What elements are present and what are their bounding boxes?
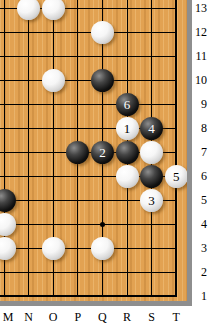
stone-black-P7: [66, 141, 89, 164]
row-label-3: 3: [192, 240, 207, 256]
row-label-8: 8: [192, 120, 207, 136]
grid-line-column-T: [175, 0, 177, 297]
row-label-4: 4: [192, 216, 207, 232]
grid-line-row-4: [0, 224, 177, 225]
grid-line-row-3: [0, 248, 177, 249]
stone-white-Q12: [91, 21, 114, 44]
stone-black-M5: [0, 189, 16, 212]
stone-white-O10: [42, 69, 65, 92]
row-label-2: 2: [192, 264, 207, 280]
grid-line-row-1: [0, 295, 177, 297]
move-number-5: 5: [173, 165, 180, 188]
move-number-4: 4: [148, 117, 155, 140]
stone-white-S7: [140, 141, 163, 164]
row-label-11: 11: [192, 48, 207, 64]
stone-black-S6: [140, 165, 163, 188]
row-label-13: 13: [192, 0, 207, 16]
col-label-T: T: [168, 309, 184, 325]
col-label-P: P: [70, 309, 86, 325]
col-label-S: S: [144, 309, 160, 325]
row-label-5: 5: [192, 192, 207, 208]
stone-black-S8: 4: [140, 117, 163, 140]
row-label-1: 1: [192, 288, 207, 304]
star-point-Q4: [100, 222, 105, 227]
stone-black-R7: [116, 141, 139, 164]
stone-white-R6: [116, 165, 139, 188]
move-number-2: 2: [99, 141, 106, 164]
grid-line-row-10: [0, 80, 177, 81]
go-board[interactable]: 614253: [0, 0, 187, 301]
grid-line-row-2: [0, 272, 177, 273]
grid-line-row-9: [0, 104, 177, 105]
column-coordinate-labels: MNOPQRST: [0, 309, 192, 327]
row-label-12: 12: [192, 24, 207, 40]
stone-white-N13: [17, 0, 40, 20]
move-number-3: 3: [148, 189, 155, 212]
col-label-O: O: [45, 309, 61, 325]
stone-white-R8: 1: [116, 117, 139, 140]
row-coordinate-labels: 13121110987654321: [192, 0, 209, 306]
row-label-6: 6: [192, 168, 207, 184]
stone-black-Q7: 2: [91, 141, 114, 164]
grid-line-row-12: [0, 32, 177, 33]
stone-white-M3: [0, 237, 16, 260]
grid-line-column-N: [28, 0, 29, 297]
col-label-R: R: [119, 309, 135, 325]
col-label-Q: Q: [94, 309, 110, 325]
stone-white-O13: [42, 0, 65, 20]
stone-white-M4: [0, 213, 16, 236]
row-label-10: 10: [192, 72, 207, 88]
go-diagram-window: { "game": "go", "board_size": "19x19", "…: [0, 0, 212, 332]
grid-line-row-11: [0, 56, 177, 57]
stone-white-Q3: [91, 237, 114, 260]
stone-white-T6: 5: [165, 165, 187, 188]
board-shadow-bottom: [0, 301, 192, 306]
move-number-6: 6: [124, 93, 131, 116]
stone-black-Q10: [91, 69, 114, 92]
col-label-N: N: [21, 309, 37, 325]
move-number-1: 1: [124, 117, 131, 140]
col-label-M: M: [0, 309, 16, 325]
stone-black-R9: 6: [116, 93, 139, 116]
row-label-9: 9: [192, 96, 207, 112]
stone-white-S5: 3: [140, 189, 163, 212]
stone-white-O3: [42, 237, 65, 260]
row-label-7: 7: [192, 144, 207, 160]
